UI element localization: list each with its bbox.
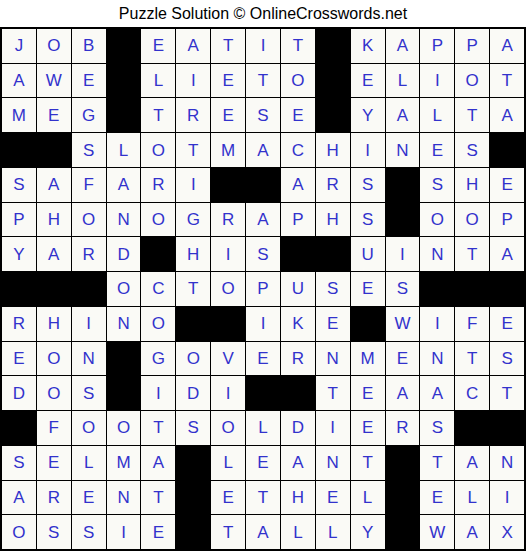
block-cell (386, 515, 420, 549)
letter-cell: A (386, 98, 420, 132)
letter-cell: H (316, 133, 350, 167)
letter-cell: L (246, 411, 280, 445)
letter-cell: E (316, 481, 350, 515)
letter-cell: I (490, 481, 524, 515)
letter-cell: L (141, 64, 175, 98)
letter-cell: T (141, 481, 175, 515)
letter-cell: O (211, 272, 245, 306)
letter-cell: W (37, 64, 71, 98)
block-cell (386, 168, 420, 202)
letter-cell: S (351, 168, 385, 202)
letter-cell: N (107, 481, 141, 515)
letter-cell: A (37, 237, 71, 271)
letter-cell: M (107, 446, 141, 480)
letter-cell: A (246, 133, 280, 167)
letter-cell: L (316, 515, 350, 549)
letter-cell: N (316, 446, 350, 480)
letter-cell: G (141, 342, 175, 376)
letter-cell: S (455, 133, 489, 167)
block-cell (386, 446, 420, 480)
letter-cell: W (420, 515, 454, 549)
letter-cell: T (455, 98, 489, 132)
page-title: Puzzle Solution © OnlineCrosswords.net (0, 0, 526, 27)
letter-cell: I (351, 133, 385, 167)
block-cell (107, 342, 141, 376)
letter-cell: D (2, 376, 36, 410)
letter-cell: N (420, 342, 454, 376)
letter-cell: E (246, 342, 280, 376)
letter-cell: T (246, 64, 280, 98)
letter-cell: W (386, 307, 420, 341)
letter-cell: G (176, 203, 210, 237)
block-cell (420, 272, 454, 306)
letter-cell: H (176, 237, 210, 271)
letter-cell: K (351, 29, 385, 63)
block-cell (176, 307, 210, 341)
letter-cell: A (386, 29, 420, 63)
letter-cell: R (2, 307, 36, 341)
letter-cell: H (37, 307, 71, 341)
letter-cell: L (386, 64, 420, 98)
letter-cell: I (420, 64, 454, 98)
letter-cell: E (37, 446, 71, 480)
letter-cell: L (351, 481, 385, 515)
block-cell (2, 272, 36, 306)
letter-cell: T (420, 446, 454, 480)
letter-cell: T (316, 376, 350, 410)
letter-cell: T (176, 133, 210, 167)
letter-cell: C (455, 376, 489, 410)
letter-cell: E (141, 515, 175, 549)
letter-cell: S (420, 411, 454, 445)
block-cell (455, 272, 489, 306)
letter-cell: S (490, 342, 524, 376)
letter-cell: A (37, 168, 71, 202)
letter-cell: A (420, 376, 454, 410)
letter-cell: E (211, 64, 245, 98)
block-cell (316, 98, 350, 132)
letter-cell: E (316, 307, 350, 341)
block-cell (281, 237, 315, 271)
letter-cell: H (455, 168, 489, 202)
letter-cell: R (386, 411, 420, 445)
letter-cell: E (490, 307, 524, 341)
block-cell (176, 515, 210, 549)
letter-cell: E (211, 98, 245, 132)
letter-cell: I (246, 29, 280, 63)
letter-cell: E (351, 64, 385, 98)
letter-cell: I (246, 307, 280, 341)
letter-cell: O (141, 133, 175, 167)
block-cell (316, 29, 350, 63)
letter-cell: O (37, 29, 71, 63)
letter-cell: E (351, 272, 385, 306)
letter-cell: G (72, 98, 106, 132)
letter-cell: A (176, 29, 210, 63)
letter-cell: T (455, 237, 489, 271)
letter-cell: R (141, 168, 175, 202)
letter-cell: R (316, 168, 350, 202)
letter-cell: L (455, 481, 489, 515)
letter-cell: E (211, 481, 245, 515)
letter-cell: S (2, 168, 36, 202)
letter-cell: D (281, 411, 315, 445)
letter-cell: F (72, 168, 106, 202)
block-cell (37, 272, 71, 306)
letter-cell: L (420, 98, 454, 132)
letter-cell: T (211, 515, 245, 549)
block-cell (141, 237, 175, 271)
letter-cell: O (2, 515, 36, 549)
block-cell (386, 481, 420, 515)
block-cell (386, 203, 420, 237)
letter-cell: E (37, 98, 71, 132)
letter-cell: A (455, 446, 489, 480)
letter-cell: J (2, 29, 36, 63)
letter-cell: T (211, 29, 245, 63)
letter-cell: O (281, 64, 315, 98)
letter-cell: E (281, 98, 315, 132)
letter-cell: B (72, 29, 106, 63)
letter-cell: Y (351, 515, 385, 549)
letter-cell: E (141, 29, 175, 63)
letter-cell: P (455, 29, 489, 63)
letter-cell: O (211, 411, 245, 445)
letter-cell: T (176, 272, 210, 306)
letter-cell: E (246, 446, 280, 480)
letter-cell: R (176, 98, 210, 132)
block-cell (455, 411, 489, 445)
letter-cell: O (176, 342, 210, 376)
block-cell (316, 237, 350, 271)
letter-cell: H (316, 203, 350, 237)
letter-cell: N (386, 133, 420, 167)
letter-cell: S (351, 203, 385, 237)
letter-cell: S (176, 411, 210, 445)
block-cell (2, 133, 36, 167)
letter-cell: N (316, 342, 350, 376)
letter-cell: T (281, 29, 315, 63)
letter-cell: E (72, 481, 106, 515)
letter-cell: A (490, 237, 524, 271)
letter-cell: A (2, 64, 36, 98)
letter-cell: A (455, 515, 489, 549)
letter-cell: C (281, 133, 315, 167)
letter-cell: O (107, 272, 141, 306)
letter-cell: O (455, 64, 489, 98)
block-cell (107, 376, 141, 410)
letter-cell: A (107, 168, 141, 202)
letter-cell: O (37, 376, 71, 410)
letter-cell: H (281, 481, 315, 515)
letter-cell: I (420, 307, 454, 341)
letter-cell: T (351, 446, 385, 480)
letter-cell: O (420, 203, 454, 237)
letter-cell: A (490, 98, 524, 132)
block-cell (490, 272, 524, 306)
letter-cell: E (351, 411, 385, 445)
block-cell (246, 168, 280, 202)
letter-cell: H (37, 203, 71, 237)
letter-cell: Y (2, 237, 36, 271)
letter-cell: T (141, 98, 175, 132)
letter-cell: O (72, 411, 106, 445)
letter-cell: E (420, 481, 454, 515)
letter-cell: A (141, 446, 175, 480)
letter-cell: E (72, 64, 106, 98)
letter-cell: X (490, 515, 524, 549)
letter-cell: T (490, 64, 524, 98)
letter-cell: I (107, 515, 141, 549)
block-cell (72, 272, 106, 306)
letter-cell: A (2, 481, 36, 515)
block-cell (107, 98, 141, 132)
letter-cell: M (211, 133, 245, 167)
letter-cell: L (72, 446, 106, 480)
letter-cell: V (211, 342, 245, 376)
block-cell (211, 168, 245, 202)
letter-cell: C (141, 272, 175, 306)
letter-cell: O (141, 307, 175, 341)
letter-cell: E (351, 376, 385, 410)
letter-cell: I (386, 237, 420, 271)
letter-cell: D (176, 376, 210, 410)
letter-cell: T (455, 342, 489, 376)
block-cell (176, 481, 210, 515)
letter-cell: O (455, 203, 489, 237)
letter-cell: N (72, 342, 106, 376)
block-cell (211, 307, 245, 341)
letter-cell: N (107, 307, 141, 341)
letter-cell: P (420, 29, 454, 63)
block-cell (107, 29, 141, 63)
letter-cell: S (72, 376, 106, 410)
letter-cell: L (281, 515, 315, 549)
letter-cell: S (72, 515, 106, 549)
letter-cell: O (37, 342, 71, 376)
letter-cell: R (37, 481, 71, 515)
letter-cell: N (107, 203, 141, 237)
letter-cell: I (316, 411, 350, 445)
letter-cell: R (211, 203, 245, 237)
letter-cell: U (351, 237, 385, 271)
letter-cell: F (455, 307, 489, 341)
letter-cell: A (246, 515, 280, 549)
letter-cell: L (211, 446, 245, 480)
block-cell (351, 307, 385, 341)
letter-cell: O (107, 411, 141, 445)
letter-cell: Y (351, 98, 385, 132)
letter-cell: R (72, 237, 106, 271)
letter-cell: S (37, 515, 71, 549)
crossword-board: JOBEATITKAPPAAWELIETOELIOTMEGTRESEYALTAS… (0, 27, 526, 551)
letter-cell: S (420, 168, 454, 202)
block-cell (176, 446, 210, 480)
letter-cell: S (386, 272, 420, 306)
letter-cell: P (281, 203, 315, 237)
letter-cell: E (386, 342, 420, 376)
letter-cell: M (2, 98, 36, 132)
letter-cell: L (107, 133, 141, 167)
letter-cell: P (246, 272, 280, 306)
letter-cell: N (420, 237, 454, 271)
letter-cell: S (246, 98, 280, 132)
letter-cell: P (490, 203, 524, 237)
letter-cell: A (386, 376, 420, 410)
letter-cell: K (281, 307, 315, 341)
letter-cell: E (2, 342, 36, 376)
letter-cell: T (141, 411, 175, 445)
letter-cell: S (2, 446, 36, 480)
block-cell (490, 411, 524, 445)
letter-cell: T (246, 481, 280, 515)
letter-cell: I (176, 64, 210, 98)
letter-cell: E (420, 133, 454, 167)
letter-cell: I (211, 237, 245, 271)
letter-cell: D (107, 237, 141, 271)
letter-cell: I (176, 168, 210, 202)
block-cell (107, 64, 141, 98)
letter-cell: S (246, 237, 280, 271)
block-cell (2, 411, 36, 445)
letter-cell: M (351, 342, 385, 376)
letter-cell: O (141, 203, 175, 237)
letter-cell: R (281, 342, 315, 376)
letter-cell: A (246, 203, 280, 237)
block-cell (316, 64, 350, 98)
letter-cell: I (72, 307, 106, 341)
letter-cell: O (72, 203, 106, 237)
puzzle-solution-page: Puzzle Solution © OnlineCrosswords.net J… (0, 0, 526, 551)
letter-cell: A (281, 168, 315, 202)
letter-cell: E (490, 168, 524, 202)
block-cell (246, 376, 280, 410)
letter-cell: S (72, 133, 106, 167)
letter-cell: F (37, 411, 71, 445)
block-cell (37, 133, 71, 167)
letter-cell: A (490, 29, 524, 63)
letter-cell: T (490, 376, 524, 410)
letter-cell: U (281, 272, 315, 306)
letter-cell: A (281, 446, 315, 480)
letter-cell: P (2, 203, 36, 237)
letter-cell: I (211, 376, 245, 410)
letter-cell: I (141, 376, 175, 410)
letter-cell: N (490, 446, 524, 480)
block-cell (281, 376, 315, 410)
letter-cell: S (316, 272, 350, 306)
block-cell (490, 133, 524, 167)
